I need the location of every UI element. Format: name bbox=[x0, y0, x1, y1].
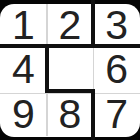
jigsaw-sudoku-app-icon[interactable]: 1 2 3 4 6 9 8 7 bbox=[0, 0, 140, 140]
cell-r1c2: 2 bbox=[47, 4, 94, 48]
sudoku-grid: 1 2 3 4 6 9 8 7 bbox=[0, 4, 140, 137]
cell-r1c1: 1 bbox=[0, 4, 47, 48]
cell-r3c3: 7 bbox=[93, 92, 140, 136]
cell-r3c1: 9 bbox=[0, 92, 47, 136]
cell-r3c2: 8 bbox=[47, 92, 94, 136]
cell-r2c1: 4 bbox=[0, 48, 47, 92]
cell-r1c3: 3 bbox=[93, 4, 140, 48]
cell-r2c2-empty bbox=[47, 48, 94, 92]
cell-r2c3: 6 bbox=[93, 48, 140, 92]
